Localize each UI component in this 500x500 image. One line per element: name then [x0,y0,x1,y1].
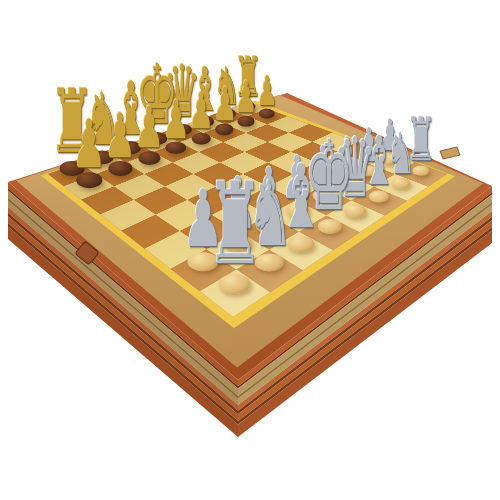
chess-set-photo: ♜♞♝♛♚♝♞♜♟♟♟♟♟♟♟♟♟♟♟♟♟♟♟♟♜♞♝♛♚♝♞♜ [0,0,500,500]
